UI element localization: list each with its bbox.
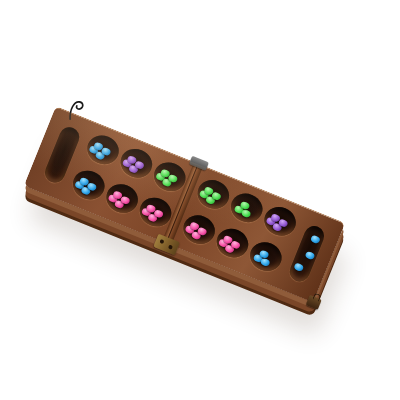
pit-bottom-4[interactable] [179, 211, 219, 249]
pit-top-1[interactable] [83, 131, 123, 169]
pit-bottom-5[interactable] [212, 224, 252, 262]
board-top-surface [24, 106, 345, 303]
bead-blue [293, 262, 304, 272]
bead-blue [304, 250, 315, 260]
pit-top-2[interactable] [116, 144, 156, 182]
center-brass-hinge-icon [153, 234, 180, 256]
pit-top-5[interactable] [227, 189, 267, 227]
mancala-board [24, 106, 345, 303]
bead-blue [310, 234, 321, 244]
pit-top-4[interactable] [193, 175, 233, 213]
pit-bottom-2[interactable] [102, 180, 142, 218]
pit-bottom-6[interactable] [246, 238, 286, 276]
pit-bottom-1[interactable] [69, 166, 109, 204]
store-right [287, 223, 327, 284]
photo-background [0, 0, 400, 400]
pit-top-6[interactable] [260, 202, 300, 240]
wire-latch-icon [64, 96, 90, 125]
right-clasp-icon [306, 295, 322, 310]
